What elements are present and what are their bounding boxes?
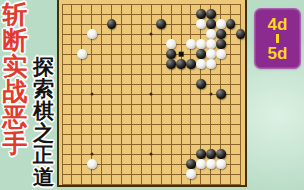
white-stone xyxy=(166,39,176,49)
white-stone xyxy=(77,49,87,59)
star-point xyxy=(209,93,212,96)
banner-primary-char: 恶 xyxy=(3,105,28,131)
move-marker-square xyxy=(179,52,184,57)
banner-primary-text: 斩断实战恶手 xyxy=(0,2,30,157)
star-point xyxy=(90,93,93,96)
rank-badge: 4d 5d xyxy=(254,8,301,69)
black-stone xyxy=(206,149,216,159)
thumbnail-stage: 斩断实战恶手 探索棋之正道 4d 5d xyxy=(0,0,304,190)
black-stone xyxy=(216,29,226,39)
black-stone xyxy=(186,59,196,69)
banner-secondary-char: 之 xyxy=(33,122,54,144)
banner-secondary-char: 正 xyxy=(33,144,54,166)
black-stone xyxy=(166,49,176,59)
star-point xyxy=(150,33,153,36)
rank-badge-bottom: 5d xyxy=(268,45,288,62)
grid-line-horizontal xyxy=(62,174,241,175)
banner-primary-char: 实 xyxy=(3,54,28,80)
white-stone xyxy=(206,49,216,59)
white-stone xyxy=(186,39,196,49)
white-stone xyxy=(196,19,206,29)
go-board xyxy=(57,0,247,187)
banner-primary-char: 断 xyxy=(3,28,28,54)
black-stone xyxy=(196,149,206,159)
banner-secondary-text: 探索棋之正道 xyxy=(30,56,57,188)
white-stone xyxy=(196,39,206,49)
rank-badge-top: 4d xyxy=(268,16,288,33)
grid-line-horizontal xyxy=(62,84,241,85)
black-stone xyxy=(216,89,226,99)
black-stone xyxy=(206,9,216,19)
white-stone xyxy=(196,59,206,69)
white-stone xyxy=(216,19,226,29)
banner-secondary-char: 棋 xyxy=(33,100,54,122)
grid-line-horizontal xyxy=(62,124,241,125)
banner-primary-char: 斩 xyxy=(3,2,28,28)
banner-secondary-char: 道 xyxy=(33,166,54,188)
black-stone xyxy=(236,29,246,39)
white-stone xyxy=(196,159,206,169)
black-stone xyxy=(166,59,176,69)
grid-line-horizontal xyxy=(62,134,241,135)
rank-badge-divider-icon xyxy=(276,34,279,43)
black-stone xyxy=(196,79,206,89)
banner-secondary-char: 索 xyxy=(33,78,54,100)
star-point xyxy=(150,93,153,96)
white-stone xyxy=(206,29,216,39)
white-stone xyxy=(206,39,216,49)
black-stone xyxy=(196,9,206,19)
banner-secondary-char: 探 xyxy=(33,56,54,78)
go-board-grid xyxy=(57,0,247,187)
white-stone xyxy=(216,159,226,169)
grid-line-horizontal xyxy=(62,114,241,115)
grid-line-horizontal xyxy=(62,74,241,75)
white-stone xyxy=(216,49,226,59)
black-stone xyxy=(107,19,117,29)
white-stone xyxy=(186,169,196,179)
grid-line-horizontal xyxy=(62,104,241,105)
black-stone xyxy=(156,19,166,29)
black-stone xyxy=(196,49,206,59)
black-stone xyxy=(216,149,226,159)
white-stone xyxy=(206,159,216,169)
grid-line-horizontal xyxy=(62,144,241,145)
black-stone xyxy=(176,59,186,69)
black-stone xyxy=(186,159,196,169)
black-stone xyxy=(216,39,226,49)
grid-line-horizontal xyxy=(62,4,241,5)
white-stone xyxy=(206,59,216,69)
white-stone xyxy=(87,159,97,169)
black-stone xyxy=(206,19,216,29)
black-stone xyxy=(226,19,236,29)
banner-primary-char: 战 xyxy=(3,79,28,105)
white-stone xyxy=(87,29,97,39)
banner-primary-char: 手 xyxy=(3,131,28,157)
grid-line-horizontal xyxy=(62,184,241,185)
star-point xyxy=(150,153,153,156)
star-point xyxy=(90,153,93,156)
